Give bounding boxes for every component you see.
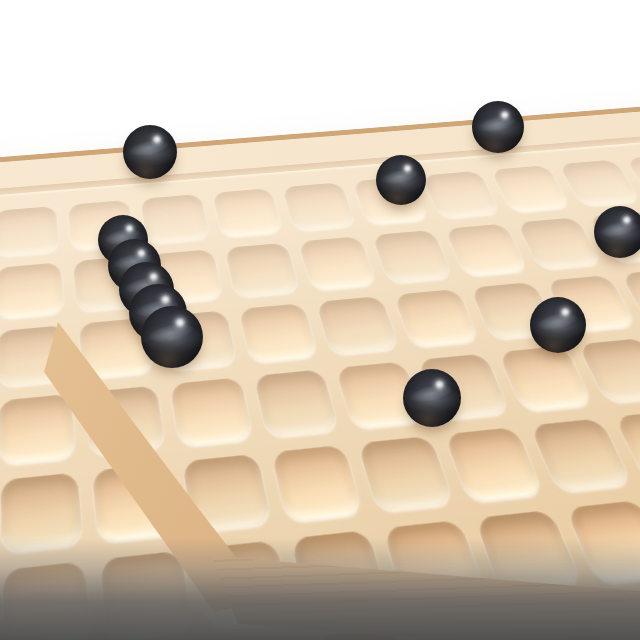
dimple xyxy=(498,346,593,411)
dimple xyxy=(490,165,570,212)
dimple xyxy=(411,614,524,640)
dimple xyxy=(212,188,284,237)
dimple xyxy=(444,427,543,501)
dimple xyxy=(558,160,640,206)
dimple xyxy=(312,626,420,640)
hematite-ball-on-board xyxy=(594,206,640,258)
hematite-ball-on-board xyxy=(123,125,177,179)
dimple xyxy=(383,519,487,604)
dimple xyxy=(530,418,632,491)
dimple xyxy=(509,603,626,640)
dimple xyxy=(196,540,292,628)
dimple xyxy=(169,378,252,446)
dimple xyxy=(0,262,64,318)
dimple xyxy=(316,295,400,355)
dimple xyxy=(253,370,339,438)
dimple xyxy=(565,500,640,583)
dimple xyxy=(282,182,356,230)
dimple xyxy=(270,445,363,521)
dimple xyxy=(140,194,210,243)
dimple xyxy=(2,561,90,640)
dimple-grid xyxy=(0,134,640,640)
dimple xyxy=(92,463,178,541)
dimple xyxy=(224,242,300,296)
hematite-ball-on-board xyxy=(403,369,461,427)
hematite-ball-on-board xyxy=(376,155,426,205)
hematite-ball-on-board xyxy=(472,101,524,153)
dimple xyxy=(445,223,528,275)
dimple xyxy=(0,472,82,552)
dimple xyxy=(358,436,454,511)
dimple xyxy=(182,454,271,531)
hematite-ball-in-tray xyxy=(141,306,203,368)
dimple xyxy=(298,236,376,290)
dimple xyxy=(393,288,479,347)
dimple xyxy=(0,394,76,464)
dimple xyxy=(0,206,59,257)
dimple xyxy=(85,386,165,455)
dimple xyxy=(290,530,390,617)
dimple xyxy=(372,230,453,283)
hematite-ball-on-board xyxy=(530,297,586,353)
dimple xyxy=(238,303,319,363)
dimple xyxy=(516,217,601,269)
dimple xyxy=(475,509,582,593)
dimple xyxy=(0,324,70,387)
board-game-photo: 7-73 xyxy=(0,0,640,640)
dimple xyxy=(422,171,500,218)
wooden-board xyxy=(0,86,640,640)
dimple xyxy=(605,592,640,640)
dimple xyxy=(100,550,192,639)
